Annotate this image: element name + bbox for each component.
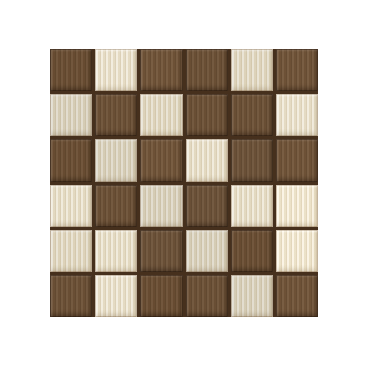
product-photo-stage xyxy=(0,0,370,370)
tile-r3c1-dark xyxy=(50,139,92,181)
tile-r6c4-dark xyxy=(186,275,228,317)
tile-r5c1-light xyxy=(50,230,92,272)
tile-r4c5-light xyxy=(231,185,273,227)
tile-r5c4-light xyxy=(186,230,228,272)
tile-r4c6-light xyxy=(276,185,318,227)
tile-r2c5-dark xyxy=(231,94,273,136)
tile-r1c6-dark xyxy=(276,49,318,91)
tile-r2c4-dark xyxy=(186,94,228,136)
tile-r5c2-light xyxy=(95,230,137,272)
tile-r1c3-dark xyxy=(140,49,182,91)
tile-r2c2-dark xyxy=(95,94,137,136)
tile-r3c4-light xyxy=(186,139,228,181)
tile-r4c1-light xyxy=(50,185,92,227)
tile-r6c5-light xyxy=(231,275,273,317)
tile-r3c2-light xyxy=(95,139,137,181)
tile-r4c2-dark xyxy=(95,185,137,227)
tile-r6c3-dark xyxy=(140,275,182,317)
tile-r1c4-dark xyxy=(186,49,228,91)
tile-r5c5-dark xyxy=(231,230,273,272)
tile-r3c3-dark xyxy=(140,139,182,181)
tile-r5c6-light xyxy=(276,230,318,272)
tile-r1c5-light xyxy=(231,49,273,91)
tile-r1c2-light xyxy=(95,49,137,91)
tile-r6c6-dark xyxy=(276,275,318,317)
tile-r1c1-dark xyxy=(50,49,92,91)
tile-r2c3-light xyxy=(140,94,182,136)
tile-r2c1-light xyxy=(50,94,92,136)
tile-r4c3-light xyxy=(140,185,182,227)
tile-r3c5-dark xyxy=(231,139,273,181)
tile-r6c1-dark xyxy=(50,275,92,317)
tile-r2c6-light xyxy=(276,94,318,136)
tile-r6c2-light xyxy=(95,275,137,317)
tile-r5c3-dark xyxy=(140,230,182,272)
tile-r3c6-dark xyxy=(276,139,318,181)
tile-r4c4-dark xyxy=(186,185,228,227)
board xyxy=(50,49,318,317)
